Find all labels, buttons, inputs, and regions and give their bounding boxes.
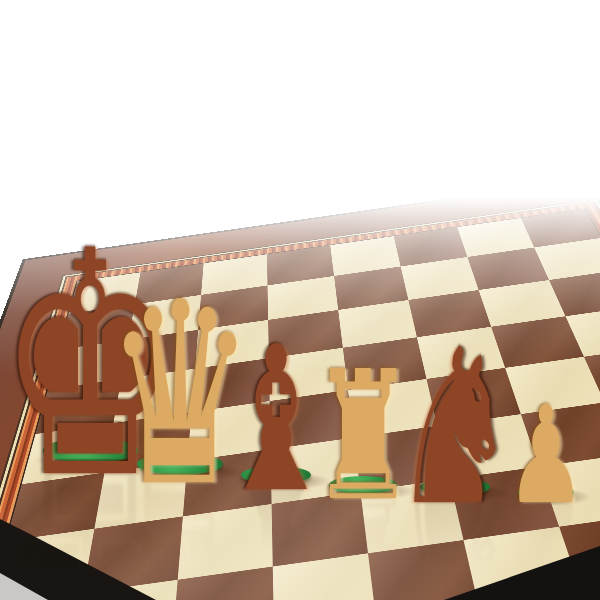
pieces-layer: ♚♚♛♛♝♝♜♜♞♞♟♟ (0, 0, 600, 600)
dark-knight-glyph: ♞ (391, 320, 518, 535)
light-pawn-glyph: ♟ (506, 388, 586, 523)
product-photo-scene: ♚♚♛♛♝♝♜♜♞♞♟♟ (0, 0, 600, 600)
